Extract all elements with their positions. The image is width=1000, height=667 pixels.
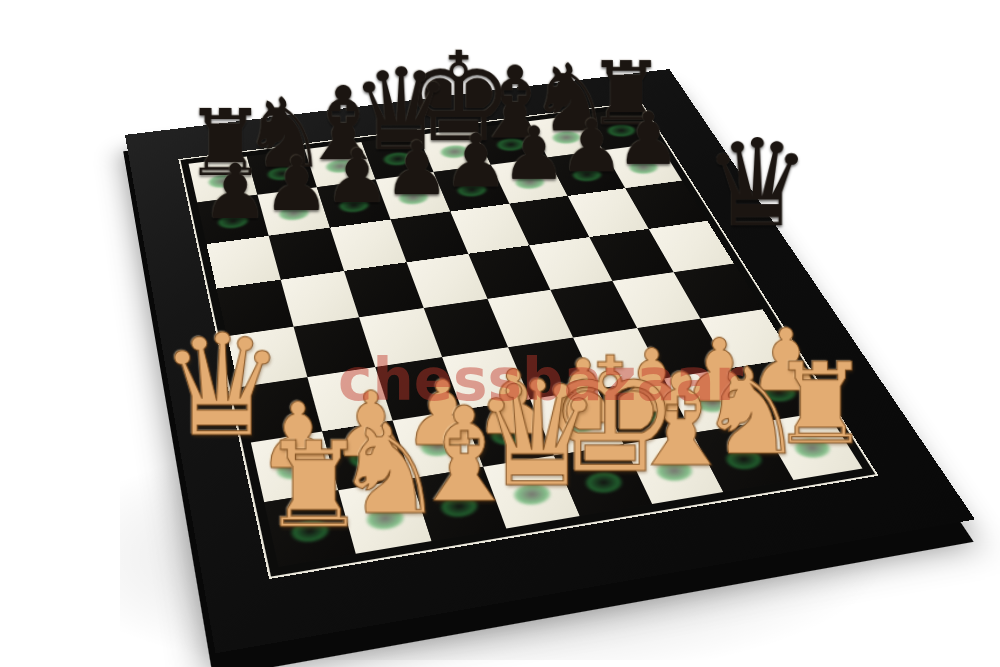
board-grid: ♜♞♝♛♚♝♞♜♟♟♟♟♟♟♟♟♟♟♟♟♟♟♟♟♜♞♝♛♚♝♞♜ [189, 108, 863, 567]
piece-base-felt-shadow [288, 517, 333, 545]
piece-base-felt-shadow [625, 159, 662, 176]
square-a6 [207, 236, 281, 289]
board-perspective-wrap: ♜♞♝♛♚♝♞♜♟♟♟♟♟♟♟♟♟♟♟♟♟♟♟♟♜♞♝♛♚♝♞♜ ♛ ♛ [0, 0, 1000, 667]
product-photo-stage: ♜♞♝♛♚♝♞♜♟♟♟♟♟♟♟♟♟♟♟♟♟♟♟♟♜♞♝♛♚♝♞♜ ♛ ♛ che… [0, 0, 1000, 667]
piece-base-felt-shadow [380, 151, 415, 167]
square-f5 [529, 237, 612, 290]
piece-base-felt-shadow [215, 212, 250, 230]
piece-base-felt-shadow [509, 481, 555, 508]
piece-base-felt-shadow [720, 446, 767, 472]
square-a1: ♜ [264, 490, 356, 567]
piece-base-felt-shadow [363, 504, 408, 532]
piece-base-felt-shadow [512, 174, 549, 191]
piece-base-felt-shadow [493, 136, 528, 152]
piece-base-felt-shadow [581, 469, 627, 496]
piece-base-felt-shadow [395, 189, 431, 207]
piece-base-felt-shadow [417, 434, 461, 459]
square-b1: ♞ [338, 478, 431, 553]
piece-white-rook-h1: ♜ [770, 349, 870, 461]
piece-base-felt-shadow [569, 166, 606, 183]
piece-base-felt-shadow [345, 445, 388, 471]
piece-base-felt-shadow [323, 158, 358, 175]
chessbazaar-watermark: chessbazaar [338, 345, 743, 414]
piece-base-felt-shadow [454, 181, 490, 198]
piece-base-felt-shadow [276, 204, 312, 222]
square-a5 [216, 280, 293, 337]
piece-base-felt-shadow [265, 165, 299, 182]
square-h6 [625, 181, 707, 229]
square-h4 [674, 264, 763, 319]
piece-base-felt-shadow [437, 143, 472, 159]
piece-base-felt-shadow [603, 123, 639, 139]
piece-base-felt-shadow [789, 435, 836, 460]
piece-base-felt-shadow [273, 456, 316, 482]
piece-base-felt-shadow [549, 129, 584, 145]
piece-base-felt-shadow [555, 412, 599, 437]
square-a3 [239, 377, 323, 442]
piece-base-felt-shadow [756, 381, 801, 405]
piece-base-felt-shadow [436, 492, 482, 519]
piece-base-felt-shadow [487, 423, 531, 448]
piece-base-felt-shadow [651, 458, 698, 484]
square-a8: ♜ [189, 156, 258, 202]
piece-base-felt-shadow [336, 196, 372, 214]
piece-base-felt-shadow [206, 172, 240, 189]
board-pinstripe-inlay: ♜♞♝♛♚♝♞♜♟♟♟♟♟♟♟♟♟♟♟♟♟♟♟♟♜♞♝♛♚♝♞♜ [178, 102, 878, 579]
piece-black-rook-h8: ♜ [587, 51, 666, 139]
